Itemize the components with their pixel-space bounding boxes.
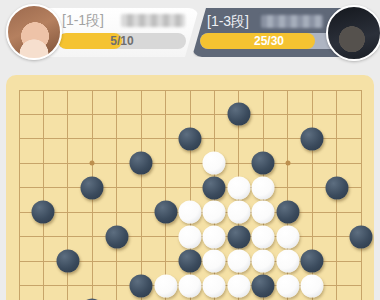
left-player-progress-bar: 5/10 <box>58 33 186 49</box>
white-stone <box>227 201 250 224</box>
left-player-rank: [1-1段] <box>62 12 104 30</box>
black-stone <box>179 127 202 150</box>
white-stone <box>276 250 299 273</box>
white-stone <box>276 274 299 297</box>
grid-line-vertical <box>141 90 142 300</box>
black-stone <box>203 176 226 199</box>
right-player-avatar[interactable] <box>326 5 380 61</box>
left-player-name-blurred <box>121 14 185 27</box>
white-stone <box>179 201 202 224</box>
star-point <box>285 161 290 166</box>
black-stone <box>325 176 348 199</box>
black-stone <box>276 201 299 224</box>
grid-line-horizontal <box>19 114 361 115</box>
white-stone <box>252 250 275 273</box>
white-stone <box>203 250 226 273</box>
left-player-avatar[interactable] <box>6 4 62 60</box>
right-progress-label: 25/30 <box>200 33 338 49</box>
white-stone <box>179 225 202 248</box>
grid-line-vertical <box>361 90 362 300</box>
black-stone <box>227 225 250 248</box>
grid-line-horizontal <box>19 90 361 91</box>
grid-line-vertical <box>116 90 117 300</box>
black-stone <box>179 250 202 273</box>
white-stone <box>252 176 275 199</box>
grid-line-horizontal <box>19 187 361 188</box>
white-stone <box>203 274 226 297</box>
black-stone <box>154 201 177 224</box>
black-stone <box>56 250 79 273</box>
left-progress-label: 5/10 <box>58 33 186 49</box>
black-stone <box>32 201 55 224</box>
star-point <box>90 161 95 166</box>
grid-line-vertical <box>165 90 166 300</box>
grid-line-horizontal <box>19 163 361 164</box>
white-stone <box>227 176 250 199</box>
white-stone <box>203 225 226 248</box>
black-stone <box>252 152 275 175</box>
grid-line-vertical <box>19 90 20 300</box>
white-stone <box>154 274 177 297</box>
black-stone <box>301 250 324 273</box>
right-player-progress-bar: 25/30 <box>200 33 338 49</box>
white-stone <box>227 250 250 273</box>
black-stone <box>227 103 250 126</box>
black-stone <box>105 225 128 248</box>
white-stone <box>301 274 324 297</box>
white-stone <box>203 152 226 175</box>
white-stone <box>252 201 275 224</box>
go-board[interactable] <box>6 75 374 300</box>
black-stone <box>130 152 153 175</box>
black-stone <box>301 127 324 150</box>
white-stone <box>276 225 299 248</box>
white-stone <box>203 201 226 224</box>
white-stone <box>227 274 250 297</box>
right-player-rank: [1-3段] <box>207 13 249 31</box>
black-stone <box>350 225 373 248</box>
right-player-name-blurred <box>261 15 323 28</box>
white-stone <box>252 225 275 248</box>
white-stone <box>179 274 202 297</box>
black-stone <box>252 274 275 297</box>
grid-line-vertical <box>43 90 44 300</box>
black-stone <box>81 176 104 199</box>
match-header: [1-1段] [1-3段] 5/10 25/30 <box>0 0 380 70</box>
black-stone <box>130 274 153 297</box>
